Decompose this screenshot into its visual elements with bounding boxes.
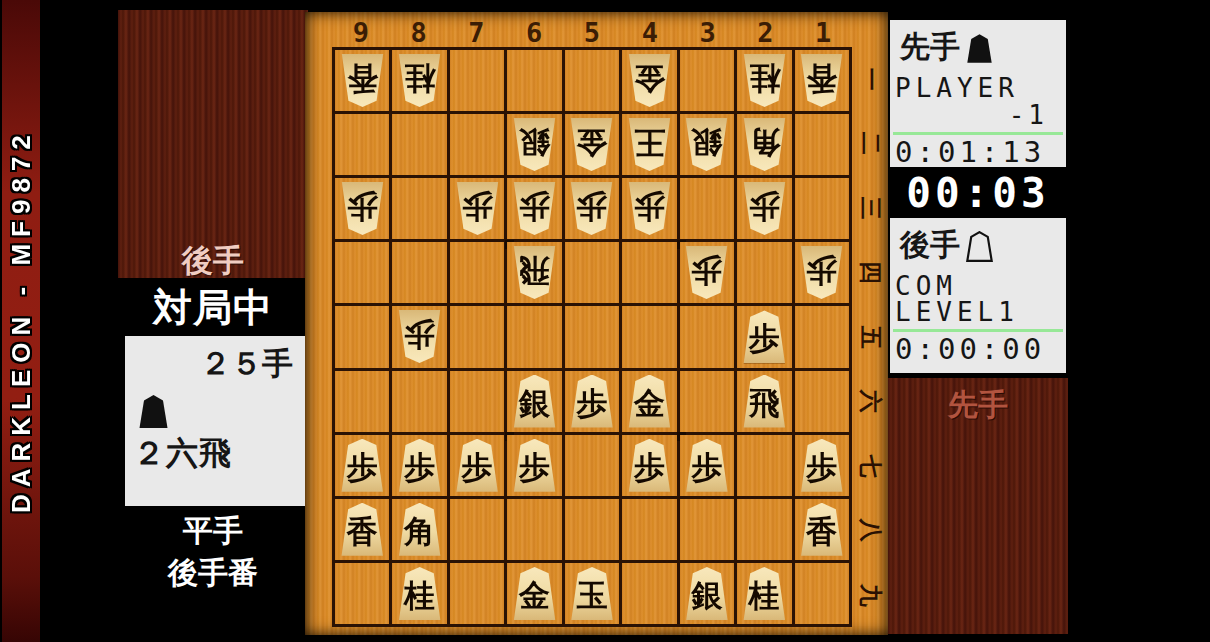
turn-indicator-label: 後手番 <box>118 553 308 594</box>
sente-total-time: 0:01:13 <box>890 135 1066 169</box>
square-6-9[interactable]: 金 <box>507 563 561 624</box>
square-7-6[interactable] <box>450 371 504 432</box>
file-label-6: 6 <box>505 19 563 46</box>
square-5-9[interactable]: 玉 <box>565 563 619 624</box>
square-9-9[interactable] <box>335 563 389 624</box>
square-2-6[interactable]: 飛 <box>737 371 791 432</box>
file-label-5: 5 <box>563 19 621 46</box>
right-panel-wood-backdrop: 先手 <box>888 378 1068 634</box>
square-6-3[interactable]: 歩 <box>507 178 561 239</box>
square-2-5[interactable]: 歩 <box>737 306 791 367</box>
sente-pawn[interactable]: 歩 <box>626 439 673 492</box>
square-7-3[interactable]: 歩 <box>450 178 504 239</box>
square-5-4[interactable] <box>565 242 619 303</box>
gote-rook[interactable]: 飛 <box>511 246 558 299</box>
square-3-7[interactable]: 歩 <box>680 435 734 496</box>
gote-piece-icon <box>966 231 993 262</box>
square-7-1[interactable] <box>450 50 504 111</box>
shogi-board[interactable]: 香桂金桂香銀金王銀角歩歩歩歩歩歩飛歩歩歩歩銀歩金飛歩歩歩歩歩歩歩香角香桂金玉銀桂 <box>332 47 852 627</box>
square-2-4[interactable] <box>737 242 791 303</box>
gote-bishop[interactable]: 角 <box>741 118 788 171</box>
sente-label: 先手 <box>900 27 960 68</box>
sente-player-box: 先手 PLAYER -1 0:01:13 <box>890 20 1066 167</box>
square-9-6[interactable] <box>335 371 389 432</box>
square-4-1[interactable]: 金 <box>622 50 676 111</box>
square-8-4[interactable] <box>392 242 446 303</box>
last-move-box: ２５手 ２六飛 <box>125 336 306 506</box>
gote-silver[interactable]: 銀 <box>511 118 558 171</box>
gote-player-level: LEVEL1 <box>890 297 1066 327</box>
gote-pawn[interactable]: 歩 <box>626 182 673 235</box>
channel-banner: DARKLEON - MF9872 <box>2 0 40 642</box>
square-3-9[interactable]: 銀 <box>680 563 734 624</box>
black-piece-icon <box>138 394 169 429</box>
sente-gold[interactable]: 金 <box>511 567 558 620</box>
sente-knight[interactable]: 桂 <box>741 567 788 620</box>
gote-pawn[interactable]: 歩 <box>454 182 501 235</box>
square-4-8[interactable] <box>622 499 676 560</box>
channel-banner-text: DARKLEON - MF9872 <box>2 0 40 642</box>
sente-pawn[interactable]: 歩 <box>568 375 615 428</box>
square-4-6[interactable]: 金 <box>622 371 676 432</box>
square-5-2[interactable]: 金 <box>565 114 619 175</box>
file-label-7: 7 <box>448 19 506 46</box>
gote-player-box: 後手 COM LEVEL1 0:00:00 <box>890 218 1066 373</box>
square-9-8[interactable]: 香 <box>335 499 389 560</box>
square-3-4[interactable]: 歩 <box>680 242 734 303</box>
file-label-9: 9 <box>332 19 390 46</box>
sente-bottom-label: 先手 <box>888 378 1068 426</box>
square-3-5[interactable] <box>680 306 734 367</box>
square-7-4[interactable] <box>450 242 504 303</box>
gote-pawn[interactable]: 歩 <box>511 182 558 235</box>
square-4-4[interactable] <box>622 242 676 303</box>
square-4-9[interactable] <box>622 563 676 624</box>
square-2-7[interactable] <box>737 435 791 496</box>
square-8-9[interactable]: 桂 <box>392 563 446 624</box>
square-8-6[interactable] <box>392 371 446 432</box>
square-6-2[interactable]: 銀 <box>507 114 561 175</box>
gote-pawn[interactable]: 歩 <box>683 246 730 299</box>
file-label-3: 3 <box>679 19 737 46</box>
gote-silver[interactable]: 銀 <box>683 118 730 171</box>
rank-labels: 一二三四五六七八九 <box>856 47 886 627</box>
sente-knight[interactable]: 桂 <box>396 567 443 620</box>
square-5-1[interactable] <box>565 50 619 111</box>
sente-piece-icon <box>966 33 993 64</box>
current-move-timer: 00:03 <box>888 170 1068 215</box>
table-surface: 987654321 香桂金桂香銀金王銀角歩歩歩歩歩歩飛歩歩歩歩銀歩金飛歩歩歩歩歩… <box>305 12 888 635</box>
sente-rook[interactable]: 飛 <box>741 375 788 428</box>
last-move-text: ２六飛 <box>133 432 306 476</box>
square-6-5[interactable] <box>507 306 561 367</box>
square-4-5[interactable] <box>622 306 676 367</box>
gote-pawn[interactable]: 歩 <box>568 182 615 235</box>
square-9-2[interactable] <box>335 114 389 175</box>
square-8-2[interactable] <box>392 114 446 175</box>
gote-total-time: 0:00:00 <box>890 332 1066 366</box>
sente-lance[interactable]: 香 <box>339 503 386 556</box>
right-info-panel: 先手 PLAYER -1 0:01:13 00:03 後手 COM LEVEL1… <box>888 0 1068 642</box>
shogi-game-screen: DARKLEON - MF9872 後手 対局中 ２５手 ２六飛 平手 後手番 … <box>0 0 1210 642</box>
gote-knight[interactable]: 桂 <box>396 54 443 107</box>
file-label-8: 8 <box>390 19 448 46</box>
square-6-7[interactable]: 歩 <box>507 435 561 496</box>
square-9-3[interactable]: 歩 <box>335 178 389 239</box>
gote-knight[interactable]: 桂 <box>741 54 788 107</box>
square-4-2[interactable]: 王 <box>622 114 676 175</box>
square-9-1[interactable]: 香 <box>335 50 389 111</box>
square-8-5[interactable]: 歩 <box>392 306 446 367</box>
square-9-7[interactable]: 歩 <box>335 435 389 496</box>
square-9-5[interactable] <box>335 306 389 367</box>
square-2-2[interactable]: 角 <box>737 114 791 175</box>
square-6-8[interactable] <box>507 499 561 560</box>
sente-pawn[interactable]: 歩 <box>511 439 558 492</box>
square-8-3[interactable] <box>392 178 446 239</box>
handicap-label: 平手 <box>118 511 308 552</box>
gote-pawn[interactable]: 歩 <box>396 310 443 363</box>
file-label-4: 4 <box>621 19 679 46</box>
square-7-9[interactable] <box>450 563 504 624</box>
square-7-5[interactable] <box>450 306 504 367</box>
sente-king[interactable]: 玉 <box>568 567 615 620</box>
square-3-6[interactable] <box>680 371 734 432</box>
square-7-7[interactable]: 歩 <box>450 435 504 496</box>
square-7-2[interactable] <box>450 114 504 175</box>
square-2-3[interactable]: 歩 <box>737 178 791 239</box>
square-4-7[interactable]: 歩 <box>622 435 676 496</box>
sente-player-name-suffix: -1 <box>890 100 1066 130</box>
sente-gold[interactable]: 金 <box>626 375 673 428</box>
file-labels: 987654321 <box>332 19 852 46</box>
sente-silver[interactable]: 銀 <box>511 375 558 428</box>
square-7-8[interactable] <box>450 499 504 560</box>
square-4-3[interactable]: 歩 <box>622 178 676 239</box>
square-8-8[interactable]: 角 <box>392 499 446 560</box>
gote-gold[interactable]: 金 <box>626 54 673 107</box>
left-info-panel: 後手 対局中 ２５手 ２六飛 平手 後手番 <box>118 0 308 642</box>
gote-gold[interactable]: 金 <box>568 118 615 171</box>
square-3-2[interactable]: 銀 <box>680 114 734 175</box>
square-5-8[interactable] <box>565 499 619 560</box>
sente-silver[interactable]: 銀 <box>683 567 730 620</box>
sente-pawn[interactable]: 歩 <box>741 310 788 363</box>
sente-player-name: PLAYER <box>890 73 1066 103</box>
gote-label: 後手 <box>900 225 960 266</box>
gote-lance[interactable]: 香 <box>339 54 386 107</box>
gote-pawn[interactable]: 歩 <box>339 182 386 235</box>
square-6-1[interactable] <box>507 50 561 111</box>
sente-pawn[interactable]: 歩 <box>339 439 386 492</box>
square-9-4[interactable] <box>335 242 389 303</box>
sente-pawn[interactable]: 歩 <box>396 439 443 492</box>
square-8-1[interactable]: 桂 <box>392 50 446 111</box>
sente-bishop[interactable]: 角 <box>396 503 443 556</box>
square-3-3[interactable] <box>680 178 734 239</box>
square-5-5[interactable] <box>565 306 619 367</box>
game-status-label: 対局中 <box>118 281 308 335</box>
square-3-1[interactable] <box>680 50 734 111</box>
square-2-8[interactable] <box>737 499 791 560</box>
gote-side-label: 後手 <box>118 240 308 282</box>
square-2-9[interactable]: 桂 <box>737 563 791 624</box>
square-5-6[interactable]: 歩 <box>565 371 619 432</box>
left-panel-wood-backdrop <box>118 10 308 278</box>
square-2-1[interactable]: 桂 <box>737 50 791 111</box>
gote-king[interactable]: 王 <box>626 118 673 171</box>
square-5-3[interactable]: 歩 <box>565 178 619 239</box>
gote-pawn[interactable]: 歩 <box>741 182 788 235</box>
square-6-4[interactable]: 飛 <box>507 242 561 303</box>
square-5-7[interactable] <box>565 435 619 496</box>
sente-pawn[interactable]: 歩 <box>683 439 730 492</box>
move-count: ２５手 <box>125 343 293 385</box>
file-label-1: 1 <box>794 19 852 46</box>
square-6-6[interactable]: 銀 <box>507 371 561 432</box>
square-8-7[interactable]: 歩 <box>392 435 446 496</box>
file-label-2: 2 <box>736 19 794 46</box>
sente-pawn[interactable]: 歩 <box>454 439 501 492</box>
square-3-8[interactable] <box>680 499 734 560</box>
